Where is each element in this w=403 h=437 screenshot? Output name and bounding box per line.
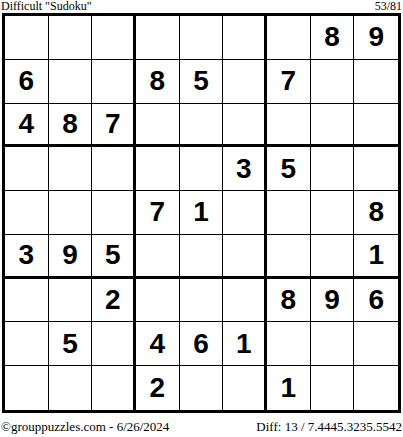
cell-r4c2-empty[interactable] — [49, 147, 93, 191]
cell-r6c5-empty[interactable] — [180, 235, 224, 279]
sudoku-board: 8968574873571839512896546121 — [2, 13, 401, 413]
cell-r2c6-empty[interactable] — [223, 60, 267, 104]
cell-r1c1-empty[interactable] — [5, 16, 49, 60]
cell-r5c5-given: 1 — [180, 191, 224, 235]
copyright-date: ©grouppuzzles.com - 6/26/2024 — [1, 419, 169, 434]
cell-r5c2-empty[interactable] — [49, 191, 93, 235]
cell-r2c8-empty[interactable] — [311, 60, 355, 104]
cell-r5c3-empty[interactable] — [92, 191, 136, 235]
cell-r4c4-empty[interactable] — [136, 147, 180, 191]
cell-r8c9-empty[interactable] — [354, 322, 398, 366]
cell-r4c9-empty[interactable] — [354, 147, 398, 191]
difficulty-rating: Diff: 13 / 7.4445.3235.5542 — [256, 419, 402, 434]
cell-r7c6-empty[interactable] — [223, 279, 267, 323]
cell-r4c6-given: 3 — [223, 147, 267, 191]
empty-cells-counter: 53/81 — [375, 0, 402, 13]
cell-r2c1-given: 6 — [5, 60, 49, 104]
cell-r7c9-given: 6 — [354, 279, 398, 323]
cell-r6c1-given: 3 — [5, 235, 49, 279]
cell-r9c6-empty[interactable] — [223, 366, 267, 410]
cell-r3c1-given: 4 — [5, 104, 49, 148]
cell-r9c8-empty[interactable] — [311, 366, 355, 410]
cell-r8c1-empty[interactable] — [5, 322, 49, 366]
cell-r6c7-empty[interactable] — [267, 235, 311, 279]
sudoku-page: Difficult "Sudoku" 53/81 896857487357183… — [0, 0, 403, 437]
cell-r5c4-given: 7 — [136, 191, 180, 235]
cell-r5c6-empty[interactable] — [223, 191, 267, 235]
cell-r3c6-empty[interactable] — [223, 104, 267, 148]
cell-r2c9-empty[interactable] — [354, 60, 398, 104]
cell-r8c8-empty[interactable] — [311, 322, 355, 366]
cell-r2c2-empty[interactable] — [49, 60, 93, 104]
cell-r1c3-empty[interactable] — [92, 16, 136, 60]
cell-r2c7-given: 7 — [267, 60, 311, 104]
cell-r3c2-given: 8 — [49, 104, 93, 148]
cell-r1c8-given: 8 — [311, 16, 355, 60]
cell-r7c2-empty[interactable] — [49, 279, 93, 323]
cell-r7c7-given: 8 — [267, 279, 311, 323]
cell-r1c2-empty[interactable] — [49, 16, 93, 60]
cell-r8c6-given: 1 — [223, 322, 267, 366]
cell-r1c6-empty[interactable] — [223, 16, 267, 60]
cell-r6c2-given: 9 — [49, 235, 93, 279]
cell-r3c5-empty[interactable] — [180, 104, 224, 148]
cell-r6c3-given: 5 — [92, 235, 136, 279]
footer: ©grouppuzzles.com - 6/26/2024 Diff: 13 /… — [0, 413, 403, 434]
cell-r8c7-empty[interactable] — [267, 322, 311, 366]
cell-r8c2-given: 5 — [49, 322, 93, 366]
cell-r7c8-given: 9 — [311, 279, 355, 323]
cell-r9c5-empty[interactable] — [180, 366, 224, 410]
cell-r9c9-empty[interactable] — [354, 366, 398, 410]
header: Difficult "Sudoku" 53/81 — [0, 0, 403, 13]
cell-r8c5-given: 6 — [180, 322, 224, 366]
cell-r8c3-empty[interactable] — [92, 322, 136, 366]
cell-r9c7-given: 1 — [267, 366, 311, 410]
cell-r4c7-given: 5 — [267, 147, 311, 191]
cell-r1c4-empty[interactable] — [136, 16, 180, 60]
cell-r3c7-empty[interactable] — [267, 104, 311, 148]
cell-r9c2-empty[interactable] — [49, 366, 93, 410]
cell-r5c8-empty[interactable] — [311, 191, 355, 235]
cell-r5c7-empty[interactable] — [267, 191, 311, 235]
cell-r9c4-given: 2 — [136, 366, 180, 410]
cell-r2c4-given: 8 — [136, 60, 180, 104]
cell-r6c4-empty[interactable] — [136, 235, 180, 279]
cell-r7c3-given: 2 — [92, 279, 136, 323]
cell-r4c3-empty[interactable] — [92, 147, 136, 191]
cell-r3c8-empty[interactable] — [311, 104, 355, 148]
cell-r4c5-empty[interactable] — [180, 147, 224, 191]
cell-r2c5-given: 5 — [180, 60, 224, 104]
cell-r4c1-empty[interactable] — [5, 147, 49, 191]
cell-r6c9-given: 1 — [354, 235, 398, 279]
cell-r3c3-given: 7 — [92, 104, 136, 148]
cell-r2c3-empty[interactable] — [92, 60, 136, 104]
cell-r7c5-empty[interactable] — [180, 279, 224, 323]
cell-r7c1-empty[interactable] — [5, 279, 49, 323]
cell-r3c9-empty[interactable] — [354, 104, 398, 148]
cell-r3c4-empty[interactable] — [136, 104, 180, 148]
cell-r8c4-given: 4 — [136, 322, 180, 366]
cell-r7c4-empty[interactable] — [136, 279, 180, 323]
cell-r5c1-empty[interactable] — [5, 191, 49, 235]
puzzle-title: Difficult "Sudoku" — [1, 0, 92, 13]
cell-r1c9-given: 9 — [354, 16, 398, 60]
cell-r9c1-empty[interactable] — [5, 366, 49, 410]
cell-r6c6-empty[interactable] — [223, 235, 267, 279]
cell-r6c8-empty[interactable] — [311, 235, 355, 279]
cell-r9c3-empty[interactable] — [92, 366, 136, 410]
cell-r5c9-given: 8 — [354, 191, 398, 235]
cell-r1c5-empty[interactable] — [180, 16, 224, 60]
cell-r4c8-empty[interactable] — [311, 147, 355, 191]
cell-r1c7-empty[interactable] — [267, 16, 311, 60]
